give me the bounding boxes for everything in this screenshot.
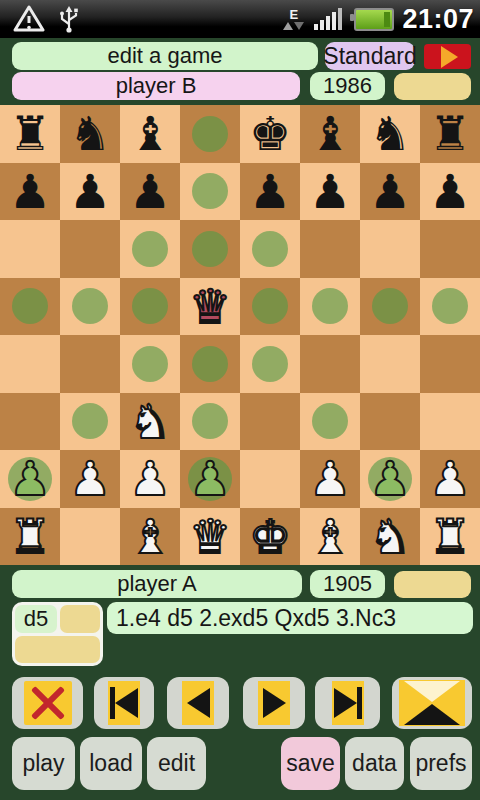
square-c1[interactable]: ♝: [120, 508, 180, 566]
square-h1[interactable]: ♜: [420, 508, 480, 566]
skip-to-end-icon: [332, 681, 364, 725]
square-f1[interactable]: ♝: [300, 508, 360, 566]
network-mode-label: E: [290, 8, 299, 21]
move-input-panel: d5: [12, 602, 103, 666]
black-player-extra-field[interactable]: [394, 73, 471, 100]
square-c3[interactable]: ♞: [120, 393, 180, 451]
delete-move-button[interactable]: [12, 677, 83, 729]
square-c7[interactable]: ♟: [120, 163, 180, 221]
square-d6[interactable]: [180, 220, 240, 278]
white-bishop-f1[interactable]: ♝: [300, 508, 360, 566]
edit-button[interactable]: edit: [147, 737, 206, 790]
black-rook-a8[interactable]: ♜: [0, 105, 60, 163]
step-forward-icon: [258, 681, 290, 725]
legal-move-dot: [192, 403, 228, 439]
square-h6[interactable]: [420, 220, 480, 278]
usb-icon: [56, 4, 82, 34]
data-button[interactable]: data: [345, 737, 404, 790]
legal-move-dot: [192, 173, 228, 209]
square-c2[interactable]: ♟: [120, 450, 180, 508]
legal-move-dot: [312, 403, 348, 439]
edit-game-button[interactable]: edit a game: [12, 42, 318, 70]
square-c8[interactable]: ♝: [120, 105, 180, 163]
square-e1[interactable]: ♚: [240, 508, 300, 566]
square-a7[interactable]: ♟: [0, 163, 60, 221]
black-pawn-b7[interactable]: ♟: [60, 163, 120, 221]
square-b4[interactable]: [60, 335, 120, 393]
black-bishop-c8[interactable]: ♝: [120, 105, 180, 163]
white-pawn-a2[interactable]: ♟: [0, 450, 60, 508]
square-g8[interactable]: ♞: [360, 105, 420, 163]
square-g5[interactable]: [360, 278, 420, 336]
square-a3[interactable]: [0, 393, 60, 451]
black-king-e8[interactable]: ♚: [240, 105, 300, 163]
black-pawn-e7[interactable]: ♟: [240, 163, 300, 221]
square-f3[interactable]: [300, 393, 360, 451]
variant-selector[interactable]: Standard: [325, 42, 415, 70]
square-d1[interactable]: ♛: [180, 508, 240, 566]
square-d7[interactable]: [180, 163, 240, 221]
save-button[interactable]: save: [281, 737, 340, 790]
step-back-icon: [182, 681, 214, 725]
square-b1[interactable]: [60, 508, 120, 566]
black-knight-g8[interactable]: ♞: [360, 105, 420, 163]
black-pawn-h7[interactable]: ♟: [420, 163, 480, 221]
square-c4[interactable]: [120, 335, 180, 393]
white-player-extra-field[interactable]: [394, 571, 471, 598]
square-a4[interactable]: [0, 335, 60, 393]
legal-move-dot: [132, 231, 168, 267]
square-f5[interactable]: [300, 278, 360, 336]
legal-move-dot: [132, 288, 168, 324]
black-pawn-g7[interactable]: ♟: [360, 163, 420, 221]
white-rook-a1[interactable]: ♜: [0, 508, 60, 566]
square-g3[interactable]: [360, 393, 420, 451]
square-b5[interactable]: [60, 278, 120, 336]
square-a8[interactable]: ♜: [0, 105, 60, 163]
square-d2[interactable]: ♟: [180, 450, 240, 508]
white-rook-h1[interactable]: ♜: [420, 508, 480, 566]
square-e8[interactable]: ♚: [240, 105, 300, 163]
black-player-name-field[interactable]: player B: [12, 72, 300, 100]
legal-move-dot: [12, 288, 48, 324]
square-c6[interactable]: [120, 220, 180, 278]
selected-square-field[interactable]: d5: [15, 605, 57, 633]
legal-move-dot: [252, 231, 288, 267]
square-e4[interactable]: [240, 335, 300, 393]
white-bishop-c1[interactable]: ♝: [120, 508, 180, 566]
signal-strength-icon: [314, 8, 342, 30]
square-g6[interactable]: [360, 220, 420, 278]
play-button[interactable]: play: [12, 737, 75, 790]
chess-app-screen: E 21:07 edit a game Standard player B 19…: [0, 0, 480, 800]
white-pawn-c2[interactable]: ♟: [120, 450, 180, 508]
square-b7[interactable]: ♟: [60, 163, 120, 221]
move-list[interactable]: 1.e4 d5 2.exd5 Qxd5 3.Nc3: [107, 602, 473, 634]
legal-move-dot: [432, 288, 468, 324]
square-h4[interactable]: [420, 335, 480, 393]
square-g1[interactable]: ♞: [360, 508, 420, 566]
square-h8[interactable]: ♜: [420, 105, 480, 163]
status-bar: E 21:07: [0, 0, 480, 38]
legal-move-dot: [132, 346, 168, 382]
white-pawn-b2[interactable]: ♟: [60, 450, 120, 508]
square-a1[interactable]: ♜: [0, 508, 60, 566]
square-f4[interactable]: [300, 335, 360, 393]
white-king-e1[interactable]: ♚: [240, 508, 300, 566]
legal-move-dot: [372, 288, 408, 324]
skip-to-start-icon: [108, 681, 140, 725]
clock-time: 21:07: [402, 4, 474, 35]
move-target-field[interactable]: [60, 605, 100, 633]
square-g2[interactable]: ♟: [360, 450, 420, 508]
black-queen-d5[interactable]: ♛: [180, 278, 240, 336]
prefs-button[interactable]: prefs: [410, 737, 472, 790]
legal-move-dot: [252, 346, 288, 382]
square-h3[interactable]: [420, 393, 480, 451]
black-player-rating-field[interactable]: 1986: [310, 72, 385, 100]
black-pawn-c7[interactable]: ♟: [120, 163, 180, 221]
square-d5[interactable]: ♛: [180, 278, 240, 336]
legal-move-dot: [72, 288, 108, 324]
battery-icon: [354, 8, 394, 31]
black-pawn-a7[interactable]: ♟: [0, 163, 60, 221]
load-button[interactable]: load: [80, 737, 142, 790]
square-a6[interactable]: [0, 220, 60, 278]
legal-move-dot: [252, 288, 288, 324]
last-move-button[interactable]: [315, 677, 380, 729]
legal-move-dot: [192, 346, 228, 382]
square-d8[interactable]: [180, 105, 240, 163]
legal-move-dot: [312, 288, 348, 324]
white-pawn-f2[interactable]: ♟: [300, 450, 360, 508]
white-pawn-g2[interactable]: ♟: [360, 450, 420, 508]
chess-board[interactable]: ♜♞♝♚♝♞♜♟♟♟♟♟♟♟♛♞♟♟♟♟♟♟♟♜♝♛♚♝♞♜: [0, 105, 480, 565]
first-move-button[interactable]: [94, 677, 154, 729]
play-arrow-icon: [441, 46, 458, 68]
white-queen-d1[interactable]: ♛: [180, 508, 240, 566]
square-d3[interactable]: [180, 393, 240, 451]
legal-move-dot: [72, 403, 108, 439]
legal-move-dot: [192, 116, 228, 152]
white-knight-c3[interactable]: ♞: [120, 393, 180, 451]
square-e2[interactable]: [240, 450, 300, 508]
square-g7[interactable]: ♟: [360, 163, 420, 221]
square-h2[interactable]: ♟: [420, 450, 480, 508]
prev-move-button[interactable]: [167, 677, 229, 729]
square-b6[interactable]: [60, 220, 120, 278]
data-arrows-icon: E: [283, 8, 304, 30]
black-bishop-f8[interactable]: ♝: [300, 105, 360, 163]
move-extra-field[interactable]: [15, 636, 100, 663]
warning-icon: [12, 5, 46, 33]
next-move-button[interactable]: [243, 677, 305, 729]
flip-board-button[interactable]: [392, 677, 472, 729]
white-player-name-field[interactable]: player A: [12, 570, 302, 598]
square-f8[interactable]: ♝: [300, 105, 360, 163]
square-e5[interactable]: [240, 278, 300, 336]
square-e7[interactable]: ♟: [240, 163, 300, 221]
white-pawn-d2[interactable]: ♟: [180, 450, 240, 508]
black-rook-h8[interactable]: ♜: [420, 105, 480, 163]
square-g4[interactable]: [360, 335, 420, 393]
square-c5[interactable]: [120, 278, 180, 336]
square-a5[interactable]: [0, 278, 60, 336]
square-h7[interactable]: ♟: [420, 163, 480, 221]
red-x-icon: [24, 681, 72, 725]
square-e3[interactable]: [240, 393, 300, 451]
legal-move-dot: [192, 231, 228, 267]
flip-board-icon: [399, 680, 465, 726]
black-knight-b8[interactable]: ♞: [60, 105, 120, 163]
square-e6[interactable]: [240, 220, 300, 278]
side-to-move-button[interactable]: [424, 44, 471, 69]
square-f2[interactable]: ♟: [300, 450, 360, 508]
square-f6[interactable]: [300, 220, 360, 278]
black-pawn-f7[interactable]: ♟: [300, 163, 360, 221]
square-b2[interactable]: ♟: [60, 450, 120, 508]
white-player-rating-field[interactable]: 1905: [310, 570, 385, 598]
square-d4[interactable]: [180, 335, 240, 393]
white-pawn-h2[interactable]: ♟: [420, 450, 480, 508]
white-knight-g1[interactable]: ♞: [360, 508, 420, 566]
square-h5[interactable]: [420, 278, 480, 336]
square-f7[interactable]: ♟: [300, 163, 360, 221]
square-b8[interactable]: ♞: [60, 105, 120, 163]
square-b3[interactable]: [60, 393, 120, 451]
square-a2[interactable]: ♟: [0, 450, 60, 508]
